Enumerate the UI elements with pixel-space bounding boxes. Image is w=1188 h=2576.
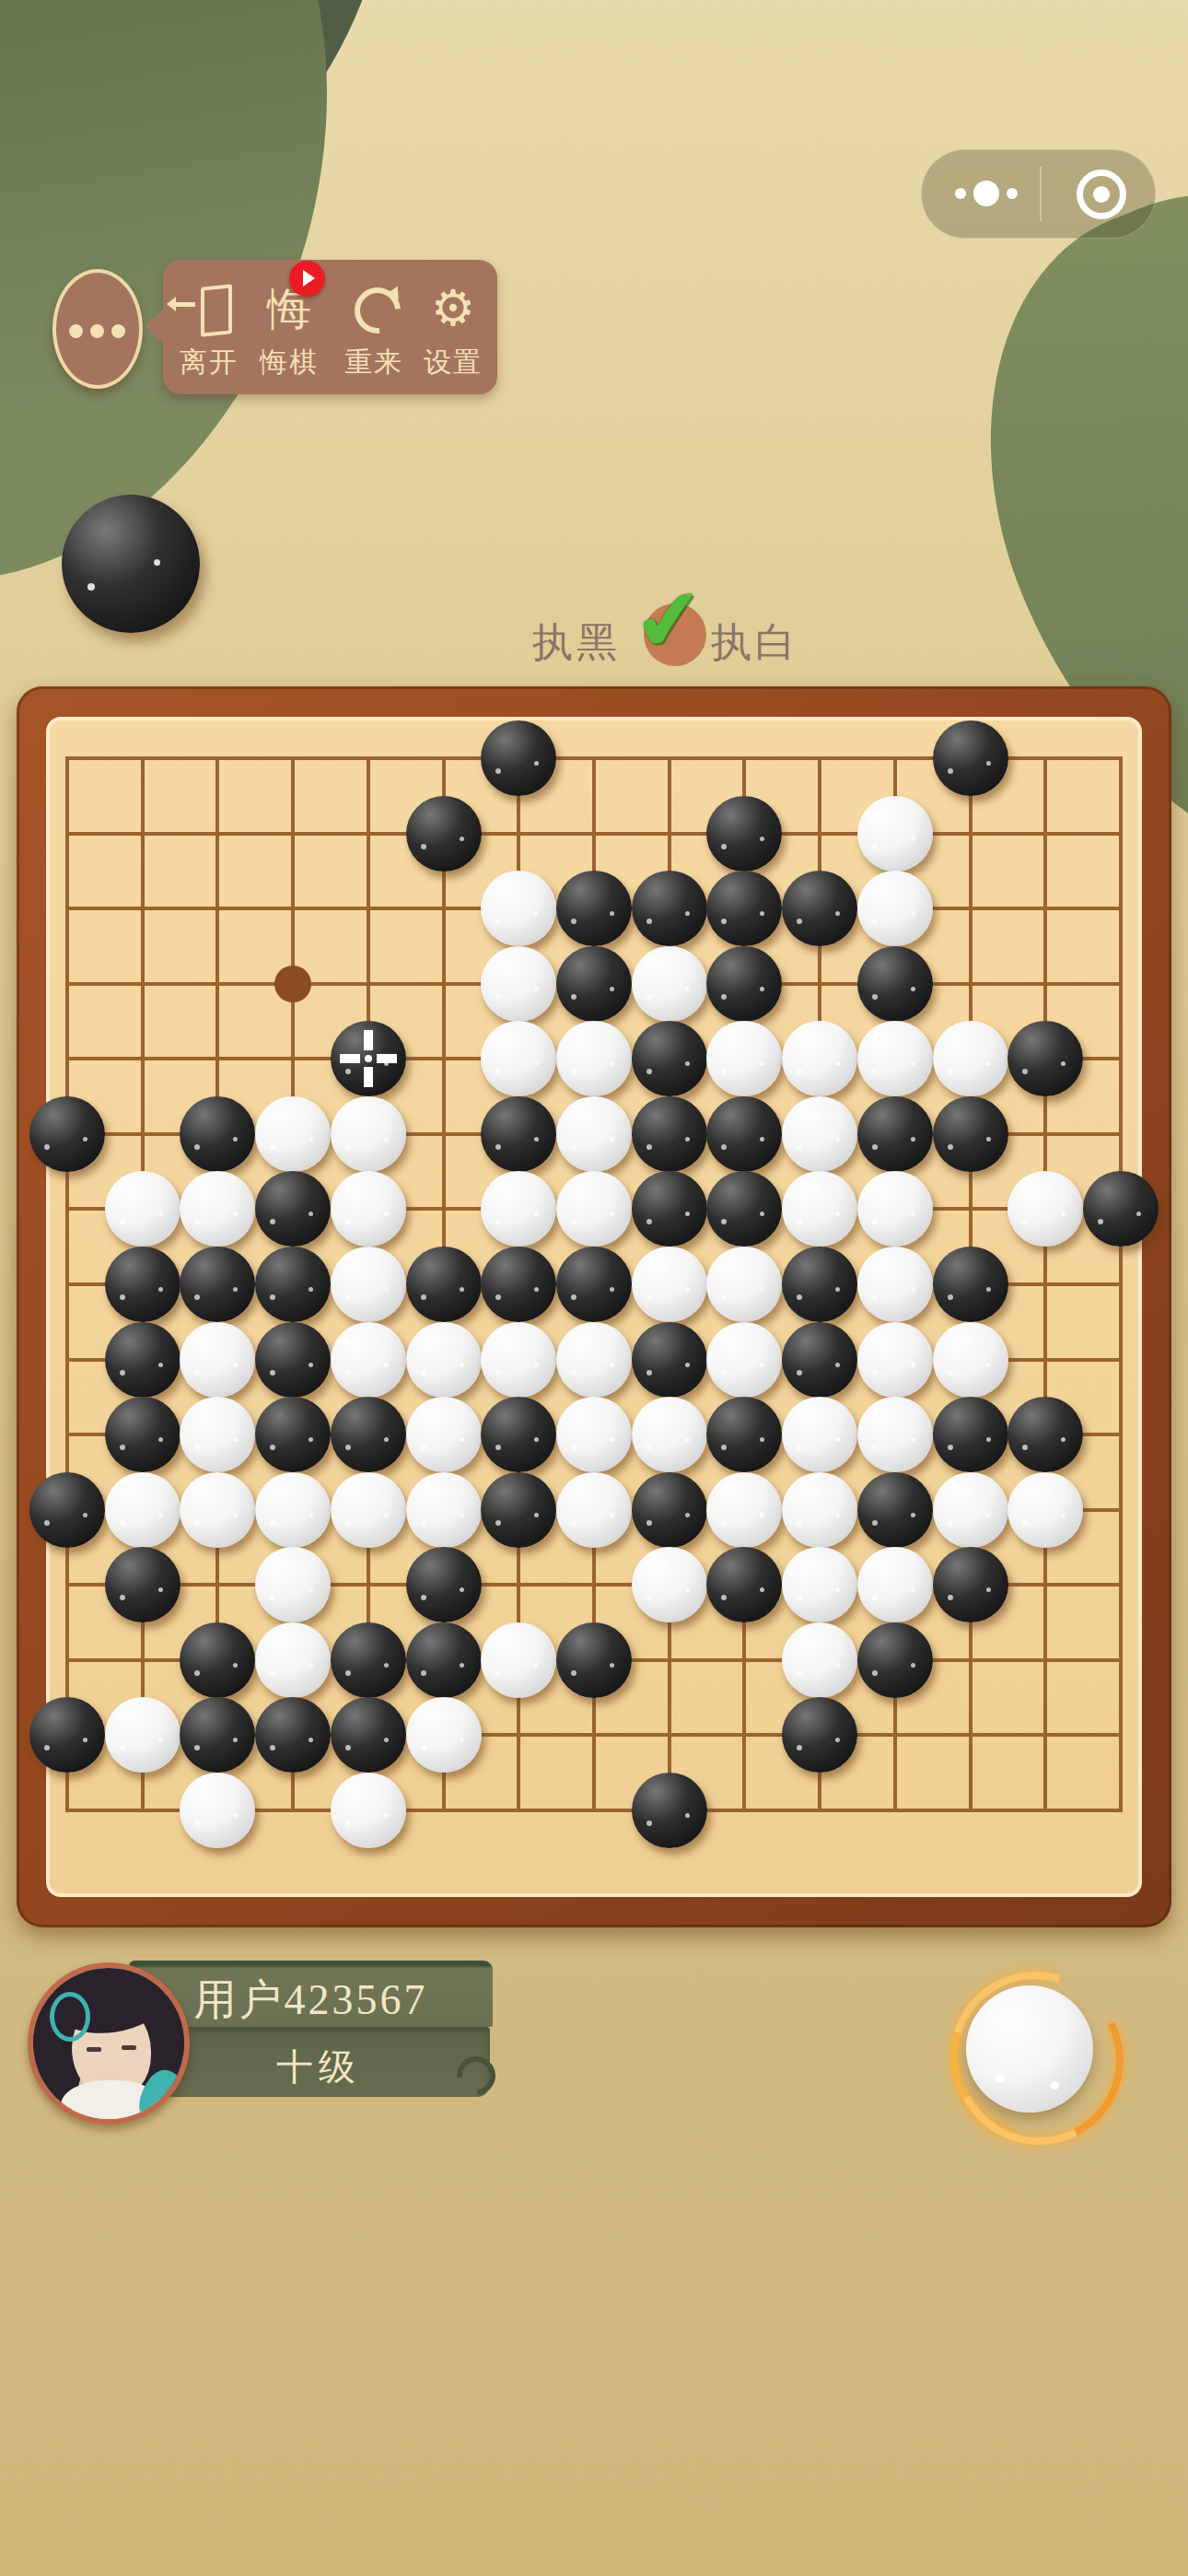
stone-speck (986, 1137, 991, 1142)
stone-black (255, 1247, 331, 1322)
stone-speck (120, 1294, 125, 1300)
board-play-layer (17, 686, 1171, 1927)
stone-speck (835, 1738, 840, 1742)
stone-speck (760, 1061, 764, 1066)
stone-speck (911, 837, 915, 841)
stone-speck (872, 1520, 878, 1526)
stone-speck (460, 1437, 464, 1442)
stone-white (331, 1773, 406, 1848)
stone-white (406, 1697, 482, 1773)
stone-speck (345, 1294, 351, 1300)
stone-speck (534, 1513, 539, 1517)
app-screen: { "game": "go", "board": { "size": 15, "… (0, 0, 1188, 2576)
menu-item-label: 重来 (334, 344, 413, 381)
stone-speck (610, 1663, 614, 1668)
stone-black (255, 1697, 331, 1773)
stone-speck (194, 1670, 200, 1676)
stone-speck (1022, 1445, 1028, 1450)
last-move-cursor-icon (331, 1021, 406, 1096)
stone-black (706, 1397, 782, 1472)
stone-speck (685, 1137, 690, 1142)
stone-speck (154, 559, 160, 566)
stone-speck (872, 1144, 878, 1150)
stone-speck (610, 1363, 614, 1367)
stone-speck (1022, 1520, 1028, 1526)
stone-speck (996, 2074, 1005, 2083)
stone-speck (571, 1294, 577, 1300)
stone-speck (685, 1587, 690, 1592)
stone-speck (534, 987, 539, 991)
stone-speck (345, 1445, 351, 1450)
stone-speck (194, 1745, 200, 1751)
player-avatar[interactable] (28, 1962, 190, 2125)
stone-speck (534, 1363, 539, 1367)
stone-speck (1061, 1513, 1066, 1517)
stone-speck (270, 1219, 275, 1224)
avatar-eye (87, 2047, 101, 2052)
stone-white (481, 871, 556, 946)
stone-speck (120, 1745, 125, 1751)
stone-speck (835, 1287, 840, 1292)
stone-white (632, 946, 707, 1022)
stone-white (857, 796, 933, 872)
stone-speck (534, 1061, 539, 1066)
stone-speck (345, 1144, 351, 1150)
stone-black (782, 1697, 857, 1773)
menu-more-button[interactable] (52, 269, 143, 389)
stone-speck (421, 1294, 426, 1300)
stone-speck (495, 1069, 501, 1074)
stone-speck (721, 1069, 727, 1074)
stone-speck (44, 1745, 50, 1751)
stone-white (782, 1472, 857, 1548)
stone-white (481, 1171, 556, 1247)
stone-black (706, 946, 782, 1022)
stone-speck (120, 1520, 125, 1526)
stone-speck (872, 1445, 878, 1450)
stone-black (105, 1397, 181, 1472)
stone-black (331, 1622, 406, 1698)
menu-item-settings[interactable]: ⚙ 设置 (413, 267, 493, 389)
restart-icon (334, 280, 413, 339)
stone-black (933, 1096, 1008, 1172)
stone-speck (797, 1219, 802, 1224)
stone-white (481, 1622, 556, 1698)
stone-speck (797, 919, 802, 924)
player-rank-banner: 十级 (147, 2027, 490, 2097)
stone-white (782, 1622, 857, 1698)
stone-white (255, 1622, 331, 1698)
stone-black (933, 1547, 1008, 1622)
stone-speck (760, 837, 764, 841)
stone-speck (194, 1294, 200, 1300)
stone-speck (571, 1370, 577, 1376)
stone-speck (721, 1520, 727, 1526)
stone-speck (646, 1595, 652, 1600)
stone-speck (986, 1437, 991, 1442)
stone-black (632, 871, 707, 946)
stone-black (406, 1247, 482, 1322)
stone-speck (721, 1144, 727, 1150)
stone-white (933, 1472, 1008, 1548)
stone-speck (760, 1437, 764, 1442)
more-dot (955, 188, 966, 199)
stone-black (180, 1247, 255, 1322)
stone-speck (835, 1363, 840, 1367)
menu-item-restart[interactable]: 重来 (334, 267, 413, 389)
grid-line-vertical (1119, 756, 1123, 1812)
stone-speck (721, 994, 727, 1000)
stone-white (331, 1096, 406, 1172)
stone-white (857, 871, 933, 946)
stone-speck (721, 919, 727, 924)
stone-speck (233, 1137, 238, 1142)
stone-speck (233, 1287, 238, 1292)
grid-line-vertical (1043, 756, 1047, 1812)
stone-speck (610, 987, 614, 991)
stone-speck (158, 1738, 163, 1742)
side-option-black[interactable]: 执黑 (532, 615, 621, 670)
ellipsis-dot (69, 324, 83, 338)
stone-speck (460, 837, 464, 841)
stone-black (782, 1247, 857, 1322)
stone-white (556, 1472, 632, 1548)
stone-black (29, 1697, 105, 1773)
stone-black (29, 1096, 105, 1172)
stone-speck (797, 1745, 802, 1751)
stone-black (105, 1547, 181, 1622)
stone-speck (872, 844, 878, 849)
stone-black (556, 1622, 632, 1698)
avatar-teal-ornament (50, 1992, 90, 2042)
stone-speck (421, 1520, 426, 1526)
stone-speck (835, 1212, 840, 1216)
stone-white (255, 1547, 331, 1622)
stone-white (556, 1397, 632, 1472)
stone-speck (1022, 1069, 1028, 1074)
stone-white (1007, 1171, 1083, 1247)
stone-speck (495, 1370, 501, 1376)
stone-speck (610, 1212, 614, 1216)
stone-speck (309, 1513, 313, 1517)
gear-glyph: ⚙ (413, 280, 493, 337)
stone-white (481, 1021, 556, 1096)
stone-speck (685, 1513, 690, 1517)
stone-speck (384, 1437, 389, 1442)
stone-speck (270, 1670, 275, 1676)
stone-speck (194, 1821, 200, 1826)
stone-speck (911, 911, 915, 916)
stone-black (255, 1322, 331, 1398)
panel-notch (145, 308, 165, 345)
stone-speck (345, 1670, 351, 1676)
stone-black (556, 871, 632, 946)
stone-speck (495, 1670, 501, 1676)
stone-speck (685, 1287, 690, 1292)
stone-speck (911, 1663, 915, 1668)
check-icon: ✔ (629, 568, 710, 673)
star-point (274, 966, 311, 1002)
stone-speck (646, 1294, 652, 1300)
stone-speck (534, 1437, 539, 1442)
stone-speck (948, 1144, 953, 1150)
stone-speck (835, 1137, 840, 1142)
stone-speck (646, 1520, 652, 1526)
stone-black (706, 1547, 782, 1622)
avatar-eye (122, 2045, 136, 2050)
stone-speck (309, 1437, 313, 1442)
stone-speck (309, 1212, 313, 1216)
stone-black (481, 720, 556, 796)
stone-speck (158, 1287, 163, 1292)
stone-black (406, 1622, 482, 1698)
stone-speck (384, 1287, 389, 1292)
stone-speck (721, 1294, 727, 1300)
stone-speck (495, 1294, 501, 1300)
stone-speck (610, 911, 614, 916)
stone-black (481, 1096, 556, 1172)
stone-black (933, 720, 1008, 796)
stone-speck (309, 1363, 313, 1367)
stone-speck (495, 1520, 501, 1526)
miniprogram-capsule (921, 149, 1156, 239)
stone-speck (986, 1587, 991, 1592)
stone-speck (270, 1520, 275, 1526)
stone-white (782, 1397, 857, 1472)
stone-speck (233, 1738, 238, 1742)
stone-speck (384, 1363, 389, 1367)
stone-speck (534, 1137, 539, 1142)
stone-black (857, 1472, 933, 1548)
play-triangle-icon (303, 270, 315, 287)
stone-white (706, 1322, 782, 1398)
stone-white (857, 1171, 933, 1247)
stone-speck (44, 1520, 50, 1526)
stone-speck (872, 1294, 878, 1300)
stone-speck (797, 1144, 802, 1150)
stone-speck (194, 1219, 200, 1224)
player-side-white-stone (966, 1985, 1093, 2113)
stone-speck (345, 1520, 351, 1526)
stone-speck (610, 1437, 614, 1442)
stone-white (105, 1697, 181, 1773)
stone-speck (835, 1513, 840, 1517)
stone-black (255, 1171, 331, 1247)
stone-white (857, 1322, 933, 1398)
stone-speck (797, 1445, 802, 1450)
stone-speck (835, 1437, 840, 1442)
stone-white (857, 1247, 933, 1322)
stone-speck (345, 1219, 351, 1224)
stone-black (331, 1021, 406, 1096)
stone-speck (384, 1513, 389, 1517)
stone-speck (309, 1738, 313, 1742)
stone-speck (1061, 1212, 1066, 1216)
stone-black (556, 1247, 632, 1322)
stone-speck (571, 1219, 577, 1224)
stone-speck (495, 1144, 501, 1150)
stone-speck (233, 1663, 238, 1668)
stone-speck (685, 1061, 690, 1066)
stone-speck (495, 919, 501, 924)
stone-speck (120, 1595, 125, 1600)
stone-speck (948, 1445, 953, 1450)
stone-white (406, 1322, 482, 1398)
stone-speck (233, 1437, 238, 1442)
stone-speck (83, 1738, 87, 1742)
stone-speck (460, 1287, 464, 1292)
stone-speck (158, 1587, 163, 1592)
stone-white (331, 1171, 406, 1247)
stone-speck (1098, 1219, 1103, 1224)
stone-white (706, 1247, 782, 1322)
stone-black (632, 1773, 707, 1848)
stone-speck (1061, 1061, 1066, 1066)
stone-white (105, 1171, 181, 1247)
stone-speck (760, 1513, 764, 1517)
stone-white (481, 946, 556, 1022)
stone-speck (721, 1595, 727, 1600)
go-board-frame (17, 686, 1171, 1927)
stone-speck (872, 1069, 878, 1074)
stone-speck (345, 1821, 351, 1826)
stone-speck (233, 1813, 238, 1818)
stone-speck (797, 1595, 802, 1600)
stone-white (255, 1472, 331, 1548)
cursor-bar (377, 1054, 397, 1063)
stone-speck (495, 994, 501, 1000)
game-menu-panel: 离开 悔 悔棋 重来 ⚙ 设置 (163, 260, 497, 394)
stone-speck (233, 1513, 238, 1517)
stone-speck (421, 1670, 426, 1676)
stone-speck (911, 1212, 915, 1216)
video-play-badge[interactable] (289, 261, 325, 297)
stone-speck (534, 1212, 539, 1216)
stone-speck (760, 1137, 764, 1142)
stone-speck (986, 1513, 991, 1517)
menu-item-label: 悔棋 (250, 344, 329, 381)
stone-black (406, 1547, 482, 1622)
stone-black (857, 1622, 933, 1698)
stone-black (105, 1247, 181, 1322)
stone-speck (345, 1745, 351, 1751)
stone-speck (83, 1513, 87, 1517)
stone-speck (1136, 1212, 1141, 1216)
stone-speck (685, 1813, 690, 1818)
stone-speck (911, 1061, 915, 1066)
stone-black (481, 1472, 556, 1548)
stone-white (706, 1472, 782, 1548)
stone-speck (309, 1587, 313, 1592)
stone-speck (610, 1287, 614, 1292)
stone-speck (571, 1144, 577, 1150)
stone-speck (571, 1445, 577, 1450)
stone-black (1007, 1021, 1083, 1096)
stone-speck (872, 994, 878, 1000)
stone-speck (646, 1445, 652, 1450)
stone-black (632, 1021, 707, 1096)
stone-speck (646, 994, 652, 1000)
gear-icon: ⚙ (413, 280, 493, 339)
stone-speck (534, 1287, 539, 1292)
stone-black (632, 1322, 707, 1398)
stone-white (255, 1096, 331, 1172)
stone-speck (646, 1144, 652, 1150)
stone-white (782, 1171, 857, 1247)
menu-item-leave[interactable]: 离开 (169, 267, 249, 389)
stone-black (706, 796, 782, 872)
stone-speck (721, 1219, 727, 1224)
stone-speck (120, 1445, 125, 1450)
stone-white (180, 1472, 255, 1548)
stone-speck (534, 1663, 539, 1668)
stone-speck (309, 1137, 313, 1142)
stone-black (632, 1171, 707, 1247)
stone-speck (835, 911, 840, 916)
stone-speck (872, 1219, 878, 1224)
stone-white (556, 1322, 632, 1398)
stone-speck (571, 994, 577, 1000)
stone-speck (797, 1069, 802, 1074)
stone-white (331, 1322, 406, 1398)
stone-white (406, 1472, 482, 1548)
stone-speck (911, 987, 915, 991)
stone-speck (384, 1813, 389, 1818)
stone-speck (986, 1061, 991, 1066)
stone-black (406, 796, 482, 872)
stone-speck (948, 1370, 953, 1376)
stone-white (632, 1397, 707, 1472)
stone-speck (685, 987, 690, 991)
stone-speck (797, 1294, 802, 1300)
stone-speck (610, 1513, 614, 1517)
stone-white (556, 1021, 632, 1096)
player-rank: 十级 (147, 2042, 490, 2092)
stone-speck (835, 1587, 840, 1592)
stone-black (782, 871, 857, 946)
stone-speck (194, 1144, 200, 1150)
stone-speck (87, 583, 95, 591)
stone-speck (646, 919, 652, 924)
exit-door-icon (169, 280, 249, 339)
stone-white (180, 1322, 255, 1398)
stone-speck (948, 1595, 953, 1600)
stone-speck (646, 1069, 652, 1074)
cursor-bar (365, 1055, 372, 1062)
stone-speck (270, 1144, 275, 1150)
stone-black (632, 1472, 707, 1548)
stone-black (556, 946, 632, 1022)
stone-white (105, 1472, 181, 1548)
stone-black (180, 1096, 255, 1172)
stone-speck (610, 1061, 614, 1066)
stone-speck (120, 1219, 125, 1224)
stone-black (1083, 1171, 1159, 1247)
stone-speck (685, 1212, 690, 1216)
stone-speck (83, 1137, 87, 1142)
stone-speck (309, 1287, 313, 1292)
stone-speck (797, 1670, 802, 1676)
stone-white (933, 1021, 1008, 1096)
stone-white (857, 1021, 933, 1096)
stone-speck (495, 768, 501, 774)
stone-black (180, 1697, 255, 1773)
side-option-white[interactable]: 执白 (711, 615, 799, 670)
stone-speck (911, 1513, 915, 1517)
stone-speck (986, 761, 991, 766)
stone-speck (460, 1587, 464, 1592)
more-dot (1007, 188, 1018, 199)
